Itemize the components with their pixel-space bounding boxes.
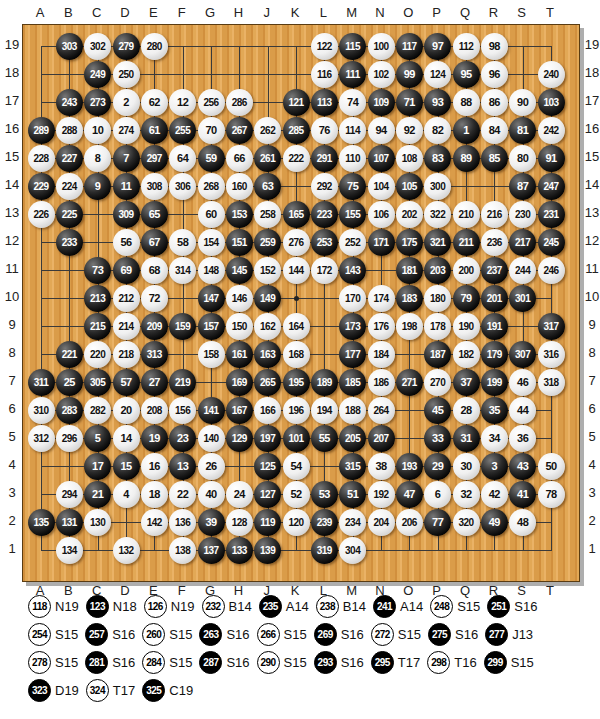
stone-black-S3[interactable]: 41 [509,481,536,508]
stone-black-J12[interactable]: 259 [254,229,281,256]
stone-white-Q3[interactable]: 32 [453,481,480,508]
stone-black-J7[interactable]: 265 [254,369,281,396]
stone-white-T8[interactable]: 316 [538,341,565,368]
stone-white-D8[interactable]: 218 [113,341,140,368]
stone-white-S17[interactable]: 90 [509,89,536,116]
stone-black-O10[interactable]: 183 [396,285,423,312]
stone-black-H1[interactable]: 133 [226,537,253,564]
stone-white-O16[interactable]: 92 [396,117,423,144]
stone-black-G6[interactable]: 141 [198,397,225,424]
stone-black-J15[interactable]: 261 [254,145,281,172]
stone-white-S7[interactable]: 46 [509,369,536,396]
stone-black-Q7[interactable]: 37 [453,369,480,396]
stone-black-O4[interactable]: 193 [396,453,423,480]
stone-white-E14[interactable]: 308 [141,173,168,200]
stone-white-F12[interactable]: 58 [169,229,196,256]
stone-white-D3[interactable]: 4 [113,481,140,508]
stone-white-Q19[interactable]: 112 [453,33,480,60]
stone-white-K3[interactable]: 52 [283,481,310,508]
stone-white-S2[interactable]: 48 [509,509,536,536]
stone-white-G13[interactable]: 60 [198,201,225,228]
stone-black-H8[interactable]: 161 [226,341,253,368]
stone-black-K13[interactable]: 165 [283,201,310,228]
stone-black-J14[interactable]: 63 [254,173,281,200]
stone-black-A16[interactable]: 289 [28,117,55,144]
stone-white-R19[interactable]: 98 [481,33,508,60]
stone-black-P12[interactable]: 321 [424,229,451,256]
stone-white-E6[interactable]: 208 [141,397,168,424]
stone-white-R12[interactable]: 236 [481,229,508,256]
stone-white-D17[interactable]: 2 [113,89,140,116]
stone-black-L2[interactable]: 239 [311,509,338,536]
stone-white-A15[interactable]: 228 [28,145,55,172]
stone-white-D9[interactable]: 214 [113,313,140,340]
stone-black-C10[interactable]: 213 [84,285,111,312]
stone-white-Q2[interactable]: 320 [453,509,480,536]
stone-black-B7[interactable]: 25 [56,369,83,396]
stone-white-S6[interactable]: 44 [509,397,536,424]
stone-white-G17[interactable]: 256 [198,89,225,116]
stone-black-F4[interactable]: 13 [169,453,196,480]
stone-white-G12[interactable]: 154 [198,229,225,256]
stone-black-H11[interactable]: 145 [226,257,253,284]
stone-white-R16[interactable]: 84 [481,117,508,144]
stone-black-P4[interactable]: 29 [424,453,451,480]
stone-black-D4[interactable]: 15 [113,453,140,480]
stone-white-Q17[interactable]: 88 [453,89,480,116]
stone-black-A14[interactable]: 229 [28,173,55,200]
stone-white-G14[interactable]: 268 [198,173,225,200]
stone-white-M12[interactable]: 252 [339,229,366,256]
stone-white-M15[interactable]: 110 [339,145,366,172]
stone-white-F1[interactable]: 138 [169,537,196,564]
stone-white-C16[interactable]: 10 [84,117,111,144]
stone-white-N19[interactable]: 100 [368,33,395,60]
stone-white-J11[interactable]: 152 [254,257,281,284]
stone-black-P5[interactable]: 33 [424,425,451,452]
stone-black-F9[interactable]: 159 [169,313,196,340]
stone-black-Q5[interactable]: 31 [453,425,480,452]
stone-white-N7[interactable]: 186 [368,369,395,396]
stone-white-K9[interactable]: 164 [283,313,310,340]
stone-white-M1[interactable]: 304 [339,537,366,564]
stone-white-O2[interactable]: 206 [396,509,423,536]
stone-black-M18[interactable]: 111 [339,61,366,88]
stone-black-B12[interactable]: 233 [56,229,83,256]
stone-white-Q9[interactable]: 190 [453,313,480,340]
stone-black-G9[interactable]: 157 [198,313,225,340]
stone-black-C17[interactable]: 273 [84,89,111,116]
stone-black-N12[interactable]: 171 [368,229,395,256]
stone-white-M16[interactable]: 114 [339,117,366,144]
stone-black-O17[interactable]: 71 [396,89,423,116]
stone-black-B8[interactable]: 221 [56,341,83,368]
stone-black-N5[interactable]: 207 [368,425,395,452]
stone-black-C3[interactable]: 21 [84,481,111,508]
stone-white-B5[interactable]: 296 [56,425,83,452]
stone-black-P11[interactable]: 203 [424,257,451,284]
stone-white-Q11[interactable]: 200 [453,257,480,284]
stone-black-F16[interactable]: 255 [169,117,196,144]
stone-black-J8[interactable]: 163 [254,341,281,368]
stone-black-T12[interactable]: 245 [538,229,565,256]
stone-black-Q10[interactable]: 79 [453,285,480,312]
stone-white-B14[interactable]: 224 [56,173,83,200]
stone-white-E11[interactable]: 68 [141,257,168,284]
stone-black-G10[interactable]: 147 [198,285,225,312]
stone-white-S15[interactable]: 80 [509,145,536,172]
stone-black-P17[interactable]: 93 [424,89,451,116]
stone-white-E4[interactable]: 16 [141,453,168,480]
stone-black-P8[interactable]: 187 [424,341,451,368]
stone-black-T17[interactable]: 103 [538,89,565,116]
stone-black-E16[interactable]: 61 [141,117,168,144]
stone-white-P10[interactable]: 180 [424,285,451,312]
stone-white-M2[interactable]: 234 [339,509,366,536]
stone-white-J13[interactable]: 258 [254,201,281,228]
stone-white-T16[interactable]: 242 [538,117,565,144]
stone-black-J5[interactable]: 197 [254,425,281,452]
stone-black-H6[interactable]: 167 [226,397,253,424]
stone-black-C7[interactable]: 305 [84,369,111,396]
stone-white-J6[interactable]: 166 [254,397,281,424]
stone-black-H7[interactable]: 169 [226,369,253,396]
stone-white-E3[interactable]: 18 [141,481,168,508]
stone-black-C9[interactable]: 215 [84,313,111,340]
stone-black-R6[interactable]: 35 [481,397,508,424]
stone-white-E19[interactable]: 280 [141,33,168,60]
stone-black-E13[interactable]: 65 [141,201,168,228]
stone-black-L15[interactable]: 291 [311,145,338,172]
stone-black-O7[interactable]: 271 [396,369,423,396]
stone-black-R4[interactable]: 3 [481,453,508,480]
stone-white-K12[interactable]: 276 [283,229,310,256]
stone-white-N10[interactable]: 174 [368,285,395,312]
stone-black-K17[interactable]: 121 [283,89,310,116]
stone-white-C19[interactable]: 302 [84,33,111,60]
stone-black-D15[interactable]: 7 [113,145,140,172]
stone-white-H2[interactable]: 128 [226,509,253,536]
stone-black-O12[interactable]: 175 [396,229,423,256]
stone-black-M3[interactable]: 51 [339,481,366,508]
stone-white-T4[interactable]: 50 [538,453,565,480]
stone-black-T13[interactable]: 231 [538,201,565,228]
stone-white-G11[interactable]: 148 [198,257,225,284]
stone-white-K15[interactable]: 222 [283,145,310,172]
stone-black-Q16[interactable]: 1 [453,117,480,144]
stone-white-P3[interactable]: 6 [424,481,451,508]
stone-white-P7[interactable]: 270 [424,369,451,396]
stone-white-E10[interactable]: 72 [141,285,168,312]
stone-black-K5[interactable]: 101 [283,425,310,452]
stone-black-J4[interactable]: 125 [254,453,281,480]
stone-black-R10[interactable]: 201 [481,285,508,312]
stone-black-D14[interactable]: 11 [113,173,140,200]
stone-white-Q4[interactable]: 30 [453,453,480,480]
stone-white-F15[interactable]: 64 [169,145,196,172]
stone-black-E5[interactable]: 19 [141,425,168,452]
stone-white-T3[interactable]: 78 [538,481,565,508]
stone-black-P15[interactable]: 83 [424,145,451,172]
stone-black-D13[interactable]: 309 [113,201,140,228]
stone-black-G1[interactable]: 137 [198,537,225,564]
stone-black-D7[interactable]: 57 [113,369,140,396]
stone-black-M5[interactable]: 205 [339,425,366,452]
stone-black-J2[interactable]: 119 [254,509,281,536]
stone-black-R11[interactable]: 237 [481,257,508,284]
stone-black-H5[interactable]: 129 [226,425,253,452]
stone-white-B3[interactable]: 294 [56,481,83,508]
stone-black-G2[interactable]: 39 [198,509,225,536]
stone-black-O11[interactable]: 181 [396,257,423,284]
stone-white-N2[interactable]: 204 [368,509,395,536]
stone-black-L1[interactable]: 319 [311,537,338,564]
stone-white-A6[interactable]: 310 [28,397,55,424]
stone-white-J16[interactable]: 262 [254,117,281,144]
stone-white-Q8[interactable]: 182 [453,341,480,368]
stone-white-L14[interactable]: 292 [311,173,338,200]
stone-white-R18[interactable]: 96 [481,61,508,88]
stone-white-D18[interactable]: 250 [113,61,140,88]
stone-white-O15[interactable]: 108 [396,145,423,172]
stone-white-T11[interactable]: 246 [538,257,565,284]
stone-black-P2[interactable]: 77 [424,509,451,536]
stone-black-S12[interactable]: 217 [509,229,536,256]
stone-black-K16[interactable]: 285 [283,117,310,144]
stone-black-N17[interactable]: 109 [368,89,395,116]
stone-black-R2[interactable]: 49 [481,509,508,536]
stone-white-M6[interactable]: 188 [339,397,366,424]
stone-white-F3[interactable]: 22 [169,481,196,508]
stone-white-P16[interactable]: 82 [424,117,451,144]
stone-white-R3[interactable]: 42 [481,481,508,508]
stone-black-S14[interactable]: 87 [509,173,536,200]
stone-white-P13[interactable]: 322 [424,201,451,228]
stone-white-C2[interactable]: 130 [84,509,111,536]
coord-top-F: F [171,5,193,20]
stone-black-B2[interactable]: 131 [56,509,83,536]
stone-black-D19[interactable]: 279 [113,33,140,60]
stone-black-M11[interactable]: 143 [339,257,366,284]
stone-white-C6[interactable]: 282 [84,397,111,424]
stone-white-N6[interactable]: 264 [368,397,395,424]
stone-black-Q12[interactable]: 211 [453,229,480,256]
stone-black-D11[interactable]: 69 [113,257,140,284]
stone-white-T7[interactable]: 318 [538,369,565,396]
stone-white-N9[interactable]: 176 [368,313,395,340]
stone-white-E2[interactable]: 142 [141,509,168,536]
stone-white-F2[interactable]: 136 [169,509,196,536]
stone-white-K6[interactable]: 196 [283,397,310,424]
stone-white-O9[interactable]: 198 [396,313,423,340]
stone-black-S16[interactable]: 81 [509,117,536,144]
stone-black-L12[interactable]: 253 [311,229,338,256]
stone-white-K8[interactable]: 168 [283,341,310,368]
stone-black-R8[interactable]: 179 [481,341,508,368]
stone-white-Q13[interactable]: 210 [453,201,480,228]
stone-white-H14[interactable]: 160 [226,173,253,200]
stone-black-H12[interactable]: 151 [226,229,253,256]
stone-white-D5[interactable]: 14 [113,425,140,452]
stone-black-B19[interactable]: 303 [56,33,83,60]
stone-black-A2[interactable]: 135 [28,509,55,536]
go-board[interactable]: 3033022792801221151001179711298249250116… [22,24,580,582]
stone-black-L13[interactable]: 223 [311,201,338,228]
stone-black-E15[interactable]: 297 [141,145,168,172]
stone-black-B15[interactable]: 227 [56,145,83,172]
stone-white-F11[interactable]: 314 [169,257,196,284]
stone-black-O18[interactable]: 99 [396,61,423,88]
stone-white-H9[interactable]: 150 [226,313,253,340]
stone-black-F5[interactable]: 23 [169,425,196,452]
stone-white-D16[interactable]: 274 [113,117,140,144]
stone-black-J1[interactable]: 139 [254,537,281,564]
stone-black-M4[interactable]: 315 [339,453,366,480]
stone-black-E7[interactable]: 27 [141,369,168,396]
stone-black-L7[interactable]: 189 [311,369,338,396]
move-disc-black: 323 [28,679,51,702]
stone-white-S11[interactable]: 244 [509,257,536,284]
stone-white-S13[interactable]: 230 [509,201,536,228]
stone-white-P14[interactable]: 300 [424,173,451,200]
stone-white-S5[interactable]: 36 [509,425,536,452]
stone-white-J9[interactable]: 162 [254,313,281,340]
stone-black-B6[interactable]: 283 [56,397,83,424]
stone-white-D10[interactable]: 212 [113,285,140,312]
stone-black-C11[interactable]: 73 [84,257,111,284]
stone-black-M8[interactable]: 177 [339,341,366,368]
stone-black-G15[interactable]: 59 [198,145,225,172]
move-list-entry: 263S16 [199,623,249,646]
stone-black-J3[interactable]: 127 [254,481,281,508]
stone-black-L17[interactable]: 113 [311,89,338,116]
stone-white-A13[interactable]: 226 [28,201,55,228]
stone-black-F7[interactable]: 219 [169,369,196,396]
stone-white-D6[interactable]: 20 [113,397,140,424]
stone-black-E12[interactable]: 67 [141,229,168,256]
stone-white-R13[interactable]: 216 [481,201,508,228]
stone-black-S4[interactable]: 43 [509,453,536,480]
stone-white-N16[interactable]: 94 [368,117,395,144]
stone-black-K7[interactable]: 195 [283,369,310,396]
stone-white-F6[interactable]: 156 [169,397,196,424]
stone-white-N3[interactable]: 192 [368,481,395,508]
stone-white-D12[interactable]: 56 [113,229,140,256]
stone-black-R7[interactable]: 199 [481,369,508,396]
stone-black-C5[interactable]: 5 [84,425,111,452]
stone-white-G4[interactable]: 26 [198,453,225,480]
stone-black-O19[interactable]: 117 [396,33,423,60]
stone-white-H10[interactable]: 146 [226,285,253,312]
stone-black-M19[interactable]: 115 [339,33,366,60]
stone-black-C4[interactable]: 17 [84,453,111,480]
stone-white-N8[interactable]: 184 [368,341,395,368]
stone-white-O13[interactable]: 202 [396,201,423,228]
stone-black-P6[interactable]: 45 [424,397,451,424]
stone-white-C15[interactable]: 8 [84,145,111,172]
stone-black-E9[interactable]: 209 [141,313,168,340]
stone-white-N18[interactable]: 102 [368,61,395,88]
stone-white-G16[interactable]: 70 [198,117,225,144]
stone-black-Q15[interactable]: 89 [453,145,480,172]
stone-white-F17[interactable]: 12 [169,89,196,116]
stone-white-H3[interactable]: 24 [226,481,253,508]
stone-black-P19[interactable]: 97 [424,33,451,60]
stone-black-C14[interactable]: 9 [84,173,111,200]
stone-black-L5[interactable]: 55 [311,425,338,452]
stone-black-B13[interactable]: 225 [56,201,83,228]
stone-white-B16[interactable]: 288 [56,117,83,144]
stone-black-M9[interactable]: 173 [339,313,366,340]
stone-black-M7[interactable]: 185 [339,369,366,396]
stone-black-S8[interactable]: 307 [509,341,536,368]
stone-white-B1[interactable]: 134 [56,537,83,564]
stone-white-G5[interactable]: 140 [198,425,225,452]
stone-white-P18[interactable]: 124 [424,61,451,88]
stone-black-J10[interactable]: 149 [254,285,281,312]
stone-white-H15[interactable]: 66 [226,145,253,172]
stone-white-N4[interactable]: 38 [368,453,395,480]
stone-white-Q6[interactable]: 28 [453,397,480,424]
stone-black-R9[interactable]: 191 [481,313,508,340]
stone-white-G8[interactable]: 158 [198,341,225,368]
stone-black-T9[interactable]: 317 [538,313,565,340]
stone-black-H13[interactable]: 153 [226,201,253,228]
stone-white-N14[interactable]: 104 [368,173,395,200]
stone-white-E17[interactable]: 62 [141,89,168,116]
stone-black-M14[interactable]: 75 [339,173,366,200]
stone-black-O14[interactable]: 105 [396,173,423,200]
stone-white-L19[interactable]: 122 [311,33,338,60]
stone-white-K2[interactable]: 120 [283,509,310,536]
stone-white-C8[interactable]: 220 [84,341,111,368]
stone-black-Q18[interactable]: 95 [453,61,480,88]
stone-white-D1[interactable]: 132 [113,537,140,564]
stone-white-L11[interactable]: 172 [311,257,338,284]
stone-white-A5[interactable]: 312 [28,425,55,452]
stone-black-L3[interactable]: 53 [311,481,338,508]
stone-black-H16[interactable]: 267 [226,117,253,144]
stone-black-B17[interactable]: 243 [56,89,83,116]
stone-white-L16[interactable]: 76 [311,117,338,144]
move-location: C19 [169,683,193,698]
stone-white-M10[interactable]: 170 [339,285,366,312]
stone-white-H17[interactable]: 286 [226,89,253,116]
stone-white-T18[interactable]: 240 [538,61,565,88]
stone-white-R5[interactable]: 34 [481,425,508,452]
stone-white-L6[interactable]: 194 [311,397,338,424]
stone-black-T15[interactable]: 91 [538,145,565,172]
stone-white-P9[interactable]: 178 [424,313,451,340]
stone-white-R17[interactable]: 86 [481,89,508,116]
stone-black-N15[interactable]: 107 [368,145,395,172]
stone-black-C18[interactable]: 249 [84,61,111,88]
stone-black-R15[interactable]: 85 [481,145,508,172]
stone-black-O3[interactable]: 47 [396,481,423,508]
stone-white-F14[interactable]: 306 [169,173,196,200]
stone-black-A7[interactable]: 311 [28,369,55,396]
stone-black-S10[interactable]: 301 [509,285,536,312]
stone-white-G3[interactable]: 40 [198,481,225,508]
stone-white-K11[interactable]: 144 [283,257,310,284]
stone-white-L18[interactable]: 116 [311,61,338,88]
stone-white-K4[interactable]: 54 [283,453,310,480]
stone-black-T14[interactable]: 247 [538,173,565,200]
stone-white-N13[interactable]: 106 [368,201,395,228]
stone-black-E8[interactable]: 313 [141,341,168,368]
stone-black-M13[interactable]: 155 [339,201,366,228]
stone-white-M17[interactable]: 74 [339,89,366,116]
